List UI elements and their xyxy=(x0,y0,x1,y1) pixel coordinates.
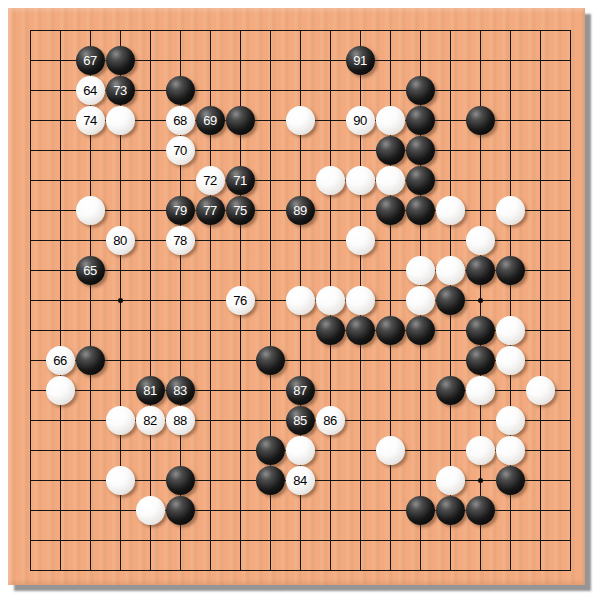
go-stone-black xyxy=(406,496,435,525)
grid-line-vertical xyxy=(570,30,571,571)
go-stone-white xyxy=(496,346,525,375)
move-number: 64 xyxy=(83,83,96,96)
go-stone-white xyxy=(376,166,405,195)
go-stone-white xyxy=(466,436,495,465)
move-number: 88 xyxy=(173,413,186,426)
go-stone-white xyxy=(46,376,75,405)
go-stone-white xyxy=(496,436,525,465)
go-stone-black xyxy=(376,136,405,165)
go-stone-white xyxy=(346,226,375,255)
go-stone-white xyxy=(496,316,525,345)
go-stone-white xyxy=(466,376,495,405)
move-number: 72 xyxy=(203,173,216,186)
go-stone-white xyxy=(406,256,435,285)
go-stone-white xyxy=(496,196,525,225)
go-stone-black xyxy=(256,466,285,495)
go-stone-black: 81 xyxy=(136,376,165,405)
go-stone-black xyxy=(346,316,375,345)
move-number: 75 xyxy=(233,203,246,216)
move-number: 82 xyxy=(143,413,156,426)
go-stone-white xyxy=(436,256,465,285)
go-stone-white xyxy=(436,196,465,225)
go-stone-black: 89 xyxy=(286,196,315,225)
grid-line-horizontal xyxy=(30,540,571,541)
go-stone-black xyxy=(466,346,495,375)
go-stone-white xyxy=(466,226,495,255)
go-stone-white xyxy=(286,286,315,315)
go-stone-black: 69 xyxy=(196,106,225,135)
move-number: 68 xyxy=(173,113,186,126)
go-stone-white: 88 xyxy=(166,406,195,435)
go-stone-black xyxy=(106,46,135,75)
move-number: 78 xyxy=(173,233,186,246)
go-stone-black xyxy=(406,106,435,135)
go-stone-black: 71 xyxy=(226,166,255,195)
go-stone-black xyxy=(406,166,435,195)
go-stone-white xyxy=(406,286,435,315)
star-point xyxy=(478,298,483,303)
go-stone-black xyxy=(466,256,495,285)
move-number: 70 xyxy=(173,143,186,156)
go-stone-black xyxy=(406,316,435,345)
move-number: 67 xyxy=(83,53,96,66)
go-stone-white: 70 xyxy=(166,136,195,165)
go-stone-white: 68 xyxy=(166,106,195,135)
move-number: 84 xyxy=(293,473,306,486)
go-stone-black xyxy=(436,376,465,405)
move-number: 65 xyxy=(83,263,96,276)
go-stone-white xyxy=(316,286,345,315)
move-number: 87 xyxy=(293,383,306,396)
move-number: 89 xyxy=(293,203,306,216)
go-stone-black xyxy=(496,466,525,495)
go-stone-black xyxy=(466,496,495,525)
go-stone-black xyxy=(226,106,255,135)
go-stone-black: 85 xyxy=(286,406,315,435)
go-stone-white xyxy=(286,436,315,465)
go-stone-white: 80 xyxy=(106,226,135,255)
go-stone-black: 77 xyxy=(196,196,225,225)
move-number: 90 xyxy=(353,113,366,126)
move-number: 83 xyxy=(173,383,186,396)
star-point xyxy=(478,478,483,483)
go-stone-white xyxy=(136,496,165,525)
go-stone-white: 90 xyxy=(346,106,375,135)
move-number: 74 xyxy=(83,113,96,126)
go-stone-black xyxy=(376,316,405,345)
go-stone-white xyxy=(436,466,465,495)
go-stone-black xyxy=(406,136,435,165)
go-stone-black xyxy=(436,286,465,315)
go-stone-black: 75 xyxy=(226,196,255,225)
star-point xyxy=(118,298,123,303)
go-stone-black xyxy=(406,196,435,225)
move-number: 86 xyxy=(323,413,336,426)
move-number: 79 xyxy=(173,203,186,216)
go-stone-black: 67 xyxy=(76,46,105,75)
go-stone-black xyxy=(496,256,525,285)
move-number: 85 xyxy=(293,413,306,426)
go-stone-black xyxy=(316,316,345,345)
move-number: 69 xyxy=(203,113,216,126)
go-stone-black xyxy=(256,346,285,375)
go-stone-white xyxy=(316,166,345,195)
go-stone-white xyxy=(346,166,375,195)
go-stone-black xyxy=(466,316,495,345)
go-stone-white: 74 xyxy=(76,106,105,135)
go-stone-white: 64 xyxy=(76,76,105,105)
go-stone-white: 72 xyxy=(196,166,225,195)
go-stone-white: 84 xyxy=(286,466,315,495)
go-stone-white: 86 xyxy=(316,406,345,435)
go-stone-white xyxy=(106,406,135,435)
go-diagram-page: 6791647374686990707271797775898078657666… xyxy=(0,0,600,600)
go-stone-white xyxy=(376,436,405,465)
move-number: 71 xyxy=(233,173,246,186)
grid-line-vertical xyxy=(540,30,541,571)
go-stone-black: 73 xyxy=(106,76,135,105)
go-board[interactable]: 6791647374686990707271797775898078657666… xyxy=(8,8,585,585)
go-stone-white xyxy=(376,106,405,135)
go-stone-white: 66 xyxy=(46,346,75,375)
go-stone-white xyxy=(106,106,135,135)
go-stone-black: 65 xyxy=(76,256,105,285)
go-stone-white xyxy=(526,376,555,405)
move-number: 73 xyxy=(113,83,126,96)
go-stone-white xyxy=(346,286,375,315)
go-stone-white: 82 xyxy=(136,406,165,435)
go-stone-black: 79 xyxy=(166,196,195,225)
go-stone-black xyxy=(76,346,105,375)
go-stone-black xyxy=(166,496,195,525)
go-stone-black xyxy=(256,436,285,465)
go-stone-black: 83 xyxy=(166,376,195,405)
move-number: 81 xyxy=(143,383,156,396)
go-stone-white xyxy=(76,196,105,225)
grid-line-horizontal xyxy=(30,570,571,571)
go-stone-black xyxy=(466,106,495,135)
go-stone-black xyxy=(436,496,465,525)
go-stone-black xyxy=(166,76,195,105)
move-number: 77 xyxy=(203,203,216,216)
go-stone-black xyxy=(376,196,405,225)
go-stone-black: 87 xyxy=(286,376,315,405)
go-stone-black xyxy=(406,76,435,105)
move-number: 66 xyxy=(53,353,66,366)
go-stone-black xyxy=(166,466,195,495)
go-stone-white xyxy=(106,466,135,495)
go-stone-white: 78 xyxy=(166,226,195,255)
move-number: 80 xyxy=(113,233,126,246)
go-stone-white xyxy=(286,106,315,135)
move-number: 91 xyxy=(353,53,366,66)
go-stone-white xyxy=(496,406,525,435)
go-stone-white: 76 xyxy=(226,286,255,315)
go-stone-black: 91 xyxy=(346,46,375,75)
move-number: 76 xyxy=(233,293,246,306)
